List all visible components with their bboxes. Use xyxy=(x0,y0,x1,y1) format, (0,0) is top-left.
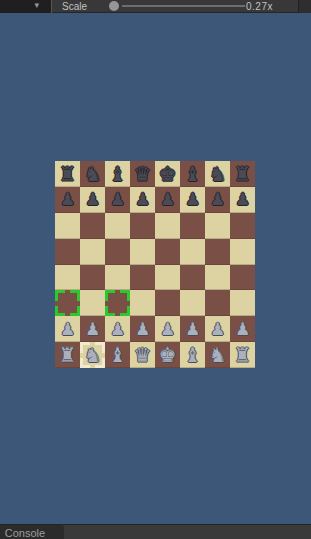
selected-square-highlight xyxy=(80,342,105,368)
square-e8[interactable]: ♚ xyxy=(155,161,180,187)
piece-white-rook[interactable]: ♜ xyxy=(55,342,80,368)
piece-white-pawn[interactable]: ♟ xyxy=(80,316,105,342)
square-e1[interactable]: ♚ xyxy=(155,342,180,368)
square-e2[interactable]: ♟ xyxy=(155,316,180,342)
chevron-down-icon[interactable]: ▾ xyxy=(34,0,39,11)
piece-white-pawn[interactable]: ♟ xyxy=(230,316,255,342)
square-g2[interactable]: ♟ xyxy=(205,316,230,342)
scale-slider-handle[interactable] xyxy=(109,1,119,11)
square-c2[interactable]: ♟ xyxy=(105,316,130,342)
square-c6[interactable] xyxy=(105,213,130,239)
square-f3[interactable] xyxy=(180,290,205,316)
square-h6[interactable] xyxy=(230,213,255,239)
scale-value: 0.27x xyxy=(246,0,292,13)
piece-white-queen[interactable]: ♛ xyxy=(130,342,155,368)
square-c4[interactable] xyxy=(105,265,130,291)
square-a8[interactable]: ♜ xyxy=(55,161,80,187)
piece-white-pawn[interactable]: ♟ xyxy=(105,316,130,342)
square-b3[interactable] xyxy=(80,290,105,316)
tab-console[interactable]: Console xyxy=(0,525,64,539)
piece-black-pawn[interactable]: ♟ xyxy=(180,187,205,213)
piece-white-bishop[interactable]: ♝ xyxy=(105,342,130,368)
square-e7[interactable]: ♟ xyxy=(155,187,180,213)
piece-black-pawn[interactable]: ♟ xyxy=(205,187,230,213)
square-e6[interactable] xyxy=(155,213,180,239)
piece-white-knight[interactable]: ♞ xyxy=(205,342,230,368)
square-f7[interactable]: ♟ xyxy=(180,187,205,213)
square-c8[interactable]: ♝ xyxy=(105,161,130,187)
square-h7[interactable]: ♟ xyxy=(230,187,255,213)
square-f5[interactable] xyxy=(180,239,205,265)
square-h3[interactable] xyxy=(230,290,255,316)
legal-move-highlight[interactable] xyxy=(55,290,80,316)
square-c7[interactable]: ♟ xyxy=(105,187,130,213)
square-h1[interactable]: ♜ xyxy=(230,342,255,368)
square-c5[interactable] xyxy=(105,239,130,265)
toolbar-left-section: ▾ xyxy=(0,0,52,13)
piece-black-knight[interactable]: ♞ xyxy=(205,161,230,187)
square-b1[interactable]: ♞ xyxy=(80,342,105,368)
square-g6[interactable] xyxy=(205,213,230,239)
square-d2[interactable]: ♟ xyxy=(130,316,155,342)
piece-black-bishop[interactable]: ♝ xyxy=(105,161,130,187)
square-b8[interactable]: ♞ xyxy=(80,161,105,187)
square-d3[interactable] xyxy=(130,290,155,316)
square-f2[interactable]: ♟ xyxy=(180,316,205,342)
piece-white-pawn[interactable]: ♟ xyxy=(55,316,80,342)
square-b4[interactable] xyxy=(80,265,105,291)
square-b6[interactable] xyxy=(80,213,105,239)
square-b7[interactable]: ♟ xyxy=(80,187,105,213)
piece-white-king[interactable]: ♚ xyxy=(155,342,180,368)
square-h5[interactable] xyxy=(230,239,255,265)
bottom-tab-bar: Console xyxy=(0,524,311,539)
square-d4[interactable] xyxy=(130,265,155,291)
square-a3[interactable] xyxy=(55,290,80,316)
piece-white-rook[interactable]: ♜ xyxy=(230,342,255,368)
piece-black-pawn[interactable]: ♟ xyxy=(155,187,180,213)
square-f4[interactable] xyxy=(180,265,205,291)
piece-white-pawn[interactable]: ♟ xyxy=(130,316,155,342)
square-a4[interactable] xyxy=(55,265,80,291)
chess-board: ♜♞♝♛♚♝♞♜♟♟♟♟♟♟♟♟♟♟♟♟♟♟♟♟♜♞♝♛♚♝♞♜ xyxy=(55,161,255,368)
square-g3[interactable] xyxy=(205,290,230,316)
game-view-toolbar: ▾ Scale 0.27x xyxy=(0,0,311,13)
square-d7[interactable]: ♟ xyxy=(130,187,155,213)
square-d8[interactable]: ♛ xyxy=(130,161,155,187)
square-g5[interactable] xyxy=(205,239,230,265)
legal-move-highlight[interactable] xyxy=(105,290,130,316)
square-a7[interactable]: ♟ xyxy=(55,187,80,213)
piece-black-king[interactable]: ♚ xyxy=(155,161,180,187)
square-d5[interactable] xyxy=(130,239,155,265)
piece-white-bishop[interactable]: ♝ xyxy=(180,342,205,368)
square-a2[interactable]: ♟ xyxy=(55,316,80,342)
piece-black-pawn[interactable]: ♟ xyxy=(230,187,255,213)
piece-black-rook[interactable]: ♜ xyxy=(55,161,80,187)
square-g4[interactable] xyxy=(205,265,230,291)
square-d1[interactable]: ♛ xyxy=(130,342,155,368)
piece-black-pawn[interactable]: ♟ xyxy=(105,187,130,213)
tab-console-label: Console xyxy=(5,527,45,539)
square-b2[interactable]: ♟ xyxy=(80,316,105,342)
piece-white-pawn[interactable]: ♟ xyxy=(155,316,180,342)
square-c3[interactable] xyxy=(105,290,130,316)
square-h8[interactable]: ♜ xyxy=(230,161,255,187)
square-a5[interactable] xyxy=(55,239,80,265)
square-a1[interactable]: ♜ xyxy=(55,342,80,368)
square-e4[interactable] xyxy=(155,265,180,291)
square-e3[interactable] xyxy=(155,290,180,316)
square-f1[interactable]: ♝ xyxy=(180,342,205,368)
square-h2[interactable]: ♟ xyxy=(230,316,255,342)
toolbar-right-section xyxy=(299,0,311,13)
square-g1[interactable]: ♞ xyxy=(205,342,230,368)
square-b5[interactable] xyxy=(80,239,105,265)
scale-slider-track[interactable] xyxy=(122,5,245,7)
piece-black-knight[interactable]: ♞ xyxy=(80,161,105,187)
piece-black-bishop[interactable]: ♝ xyxy=(180,161,205,187)
square-f6[interactable] xyxy=(180,213,205,239)
square-f8[interactable]: ♝ xyxy=(180,161,205,187)
scale-label: Scale xyxy=(62,0,87,13)
square-c1[interactable]: ♝ xyxy=(105,342,130,368)
square-g7[interactable]: ♟ xyxy=(205,187,230,213)
piece-black-rook[interactable]: ♜ xyxy=(230,161,255,187)
piece-white-pawn[interactable]: ♟ xyxy=(205,316,230,342)
piece-black-pawn[interactable]: ♟ xyxy=(80,187,105,213)
game-viewport: ♜♞♝♛♚♝♞♜♟♟♟♟♟♟♟♟♟♟♟♟♟♟♟♟♜♞♝♛♚♝♞♜ xyxy=(0,13,311,524)
square-a6[interactable] xyxy=(55,213,80,239)
piece-black-pawn[interactable]: ♟ xyxy=(55,187,80,213)
unity-game-view: ▾ Scale 0.27x ♜♞♝♛♚♝♞♜♟♟♟♟♟♟♟♟♟♟♟♟♟♟♟♟♜♞… xyxy=(0,0,311,539)
square-d6[interactable] xyxy=(130,213,155,239)
piece-white-pawn[interactable]: ♟ xyxy=(180,316,205,342)
square-h4[interactable] xyxy=(230,265,255,291)
square-g8[interactable]: ♞ xyxy=(205,161,230,187)
piece-black-pawn[interactable]: ♟ xyxy=(130,187,155,213)
square-e5[interactable] xyxy=(155,239,180,265)
piece-black-queen[interactable]: ♛ xyxy=(130,161,155,187)
